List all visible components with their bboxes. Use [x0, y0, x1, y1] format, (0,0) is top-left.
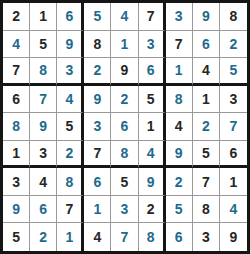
cell-r2c3[interactable]: 9: [57, 31, 84, 59]
cell-r3c4[interactable]: 2: [84, 58, 111, 86]
cell-r3c2[interactable]: 8: [30, 58, 57, 86]
cell-r2c4[interactable]: 8: [84, 31, 111, 59]
cell-r9c4[interactable]: 4: [84, 223, 111, 251]
cell-r2c6[interactable]: 3: [139, 31, 166, 59]
cell-r5c5[interactable]: 6: [111, 113, 138, 141]
cell-r9c5[interactable]: 7: [111, 223, 138, 251]
cell-r6c1[interactable]: 1: [3, 141, 30, 169]
cell-r8c6[interactable]: 2: [139, 196, 166, 224]
cell-r1c5[interactable]: 4: [111, 3, 138, 31]
cell-r8c2[interactable]: 6: [30, 196, 57, 224]
cell-r1c9[interactable]: 8: [220, 3, 247, 31]
cell-r6c3[interactable]: 2: [57, 141, 84, 169]
cell-r7c2[interactable]: 4: [30, 168, 57, 196]
cell-r3c8[interactable]: 4: [193, 58, 220, 86]
cell-r8c1[interactable]: 9: [3, 196, 30, 224]
cell-r3c1[interactable]: 7: [3, 58, 30, 86]
cell-r8c3[interactable]: 7: [57, 196, 84, 224]
cell-r8c5[interactable]: 3: [111, 196, 138, 224]
cell-r1c2[interactable]: 1: [30, 3, 57, 31]
cell-r5c1[interactable]: 8: [3, 113, 30, 141]
cell-r7c3[interactable]: 8: [57, 168, 84, 196]
cell-r9c7[interactable]: 6: [166, 223, 193, 251]
cell-r2c2[interactable]: 5: [30, 31, 57, 59]
cell-r8c9[interactable]: 4: [220, 196, 247, 224]
cell-r9c9[interactable]: 9: [220, 223, 247, 251]
cell-r4c4[interactable]: 9: [84, 86, 111, 114]
cell-r5c4[interactable]: 3: [84, 113, 111, 141]
cell-r7c4[interactable]: 6: [84, 168, 111, 196]
cell-r9c6[interactable]: 8: [139, 223, 166, 251]
cell-r4c6[interactable]: 5: [139, 86, 166, 114]
cell-r1c4[interactable]: 5: [84, 3, 111, 31]
cell-r4c1[interactable]: 6: [3, 86, 30, 114]
cell-r6c5[interactable]: 8: [111, 141, 138, 169]
cell-r5c2[interactable]: 9: [30, 113, 57, 141]
cell-r4c5[interactable]: 2: [111, 86, 138, 114]
cell-r6c9[interactable]: 6: [220, 141, 247, 169]
cell-r1c3[interactable]: 6: [57, 3, 84, 31]
cell-r7c5[interactable]: 5: [111, 168, 138, 196]
cell-r9c1[interactable]: 5: [3, 223, 30, 251]
cell-r1c7[interactable]: 3: [166, 3, 193, 31]
cell-r1c6[interactable]: 7: [139, 3, 166, 31]
cell-r5c7[interactable]: 4: [166, 113, 193, 141]
cell-r6c2[interactable]: 3: [30, 141, 57, 169]
cell-r8c4[interactable]: 1: [84, 196, 111, 224]
cell-r4c9[interactable]: 3: [220, 86, 247, 114]
cell-r8c8[interactable]: 8: [193, 196, 220, 224]
cell-r2c8[interactable]: 6: [193, 31, 220, 59]
cell-r5c8[interactable]: 2: [193, 113, 220, 141]
cell-r5c3[interactable]: 5: [57, 113, 84, 141]
cell-r3c5[interactable]: 9: [111, 58, 138, 86]
cell-r6c6[interactable]: 4: [139, 141, 166, 169]
cell-r2c5[interactable]: 1: [111, 31, 138, 59]
cell-r7c6[interactable]: 9: [139, 168, 166, 196]
cell-r9c3[interactable]: 1: [57, 223, 84, 251]
cell-r2c9[interactable]: 2: [220, 31, 247, 59]
cell-r8c7[interactable]: 5: [166, 196, 193, 224]
cell-r7c1[interactable]: 3: [3, 168, 30, 196]
cell-r9c8[interactable]: 3: [193, 223, 220, 251]
cell-r1c1[interactable]: 2: [3, 3, 30, 31]
cell-r9c2[interactable]: 2: [30, 223, 57, 251]
cell-r7c8[interactable]: 7: [193, 168, 220, 196]
sudoku-board: 2165473984598137627832961456749258138953…: [0, 0, 250, 254]
cell-r6c4[interactable]: 7: [84, 141, 111, 169]
cell-r6c8[interactable]: 5: [193, 141, 220, 169]
cell-r4c8[interactable]: 1: [193, 86, 220, 114]
cell-r3c6[interactable]: 6: [139, 58, 166, 86]
cell-r2c1[interactable]: 4: [3, 31, 30, 59]
cell-r3c9[interactable]: 5: [220, 58, 247, 86]
cell-r7c7[interactable]: 2: [166, 168, 193, 196]
cell-r3c7[interactable]: 1: [166, 58, 193, 86]
cell-r5c9[interactable]: 7: [220, 113, 247, 141]
cell-r4c2[interactable]: 7: [30, 86, 57, 114]
cell-r1c8[interactable]: 9: [193, 3, 220, 31]
cell-r4c3[interactable]: 4: [57, 86, 84, 114]
cell-r5c6[interactable]: 1: [139, 113, 166, 141]
cell-r6c7[interactable]: 9: [166, 141, 193, 169]
cell-r4c7[interactable]: 8: [166, 86, 193, 114]
cell-r3c3[interactable]: 3: [57, 58, 84, 86]
cell-r7c9[interactable]: 1: [220, 168, 247, 196]
cell-r2c7[interactable]: 7: [166, 31, 193, 59]
